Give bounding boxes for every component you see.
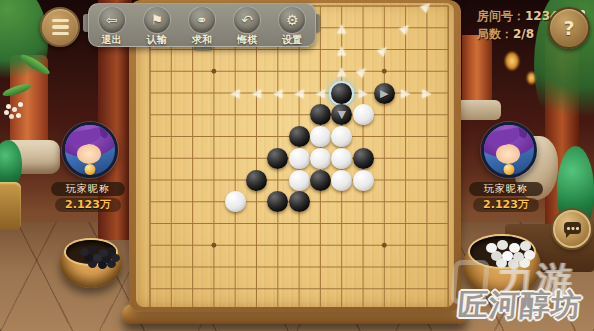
white-stone [289, 148, 310, 169]
black-stones-bowl [60, 238, 122, 288]
handshake-icon: ⚭ [196, 13, 208, 27]
white-stone [289, 170, 310, 191]
black-stone-pile [80, 248, 89, 256]
exit-icon: ⇦ [106, 13, 118, 27]
direction-arrow-up: ▲ [332, 18, 352, 38]
direction-arrow-right: ▶ [396, 83, 416, 103]
board-grid[interactable]: ▲▲▲◀◀◀◀◀▶▶▶▲▲▲▲▶▼ [150, 6, 449, 307]
white-stone [310, 148, 331, 169]
black-stone [267, 148, 288, 169]
draw-label: 求和 [181, 33, 223, 47]
player-left-coins: 2.123万 [55, 198, 121, 212]
flag-icon: ⚑ [151, 13, 164, 27]
direction-arrow-right: ▶ [353, 83, 373, 103]
right-small-pillar [462, 35, 492, 107]
undo-button-circle: ↶ [233, 6, 261, 34]
speech-bubble-icon [564, 222, 581, 234]
black-stone [353, 148, 374, 169]
watermark-text: 匠河醇坊 [456, 285, 584, 326]
left-flowers [6, 104, 11, 109]
direction-arrow-right: ▶ [417, 83, 437, 103]
help-button[interactable]: ? [548, 7, 590, 49]
player-right-name: 玩家昵称 [469, 182, 543, 196]
avatar-face [77, 144, 101, 164]
left-gold-stand [0, 182, 21, 230]
direction-arrow-left: ◀ [225, 83, 245, 103]
coin-icon [85, 164, 96, 175]
direction-arrow-left: ◀ [247, 83, 267, 103]
room-number-label: 房间号： [477, 9, 525, 23]
coin-icon [504, 164, 515, 175]
toolbar: ⇦ 退出 ⚑ 认输 ⚭ 求和 ↶ 悔棋 ⚙ 设置 [88, 3, 316, 47]
right-pillar-base [455, 100, 501, 120]
undo-button[interactable]: ↶ 悔棋 [226, 4, 268, 47]
resign-button-circle: ⚑ [143, 6, 171, 34]
black-stone-last-move [331, 83, 352, 104]
board-surface: ▲▲▲◀◀◀◀◀▶▶▶▲▲▲▲▶▼ [136, 3, 454, 307]
chat-button[interactable] [553, 210, 591, 248]
exit-button-circle: ⇦ [98, 6, 126, 34]
stone-arrow-marker: ▼ [331, 104, 352, 125]
avatar-face [496, 144, 520, 164]
white-stone [353, 170, 374, 191]
hamburger-icon [52, 19, 69, 23]
draw-offer-button[interactable]: ⚭ 求和 [181, 4, 223, 47]
gear-icon: ⚙ [286, 13, 299, 27]
question-mark-icon: ? [563, 17, 574, 39]
player-right-coins: 2.123万 [473, 198, 539, 212]
round-label: 局数： [477, 27, 513, 41]
white-stone [225, 191, 246, 212]
game-screen: ▲▲▲◀◀◀◀◀▶▶▶▲▲▲▲▶▼ ⇦ 退出 ⚑ 认输 ⚭ 求和 ↶ 悔棋 [0, 0, 594, 331]
black-stone [246, 170, 267, 191]
white-stone [331, 170, 352, 191]
draw-button-circle: ⚭ [188, 6, 216, 34]
settings-label: 设置 [271, 33, 313, 47]
black-stone: ▼ [331, 104, 352, 125]
black-stone: ▶ [374, 83, 395, 104]
black-stone [289, 191, 310, 212]
black-stone [289, 126, 310, 147]
resign-button[interactable]: ⚑ 认输 [136, 4, 178, 47]
white-stone [353, 104, 374, 125]
black-stone [310, 170, 331, 191]
round-value: 2/8 [513, 27, 534, 41]
stone-arrow-marker: ▶ [374, 83, 395, 104]
lantern-glow [505, 52, 519, 70]
undo-label: 悔棋 [226, 33, 268, 47]
player-left-avatar[interactable] [62, 122, 118, 178]
white-stone-pile [486, 243, 497, 253]
settings-button[interactable]: ⚙ 设置 [271, 4, 313, 47]
resign-label: 认输 [136, 33, 178, 47]
undo-icon: ↶ [241, 13, 253, 27]
white-stone [331, 148, 352, 169]
player-left-name: 玩家昵称 [51, 182, 125, 196]
direction-arrow-left: ◀ [289, 83, 309, 103]
black-stone [310, 104, 331, 125]
exit-button[interactable]: ⇦ 退出 [91, 4, 133, 47]
menu-button[interactable] [40, 7, 80, 47]
settings-button-circle: ⚙ [278, 6, 306, 34]
direction-arrow-left: ◀ [310, 83, 330, 103]
direction-arrow-up: ▲ [332, 40, 352, 60]
direction-arrow-left: ◀ [268, 83, 288, 103]
white-stone [310, 126, 331, 147]
player-right-avatar[interactable] [481, 122, 537, 178]
exit-label: 退出 [91, 33, 133, 47]
